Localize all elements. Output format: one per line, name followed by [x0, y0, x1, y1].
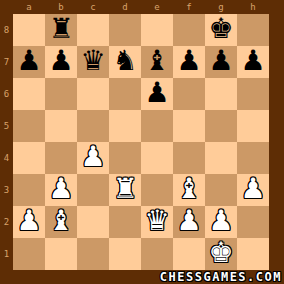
- white-pawn-h3: ♟: [240, 175, 265, 203]
- square-f8: [173, 14, 205, 46]
- square-b7: ♟: [45, 46, 77, 78]
- square-d8: [109, 14, 141, 46]
- black-pawn-e6: ♟: [144, 79, 169, 107]
- square-g6: [205, 78, 237, 110]
- square-f4: [173, 142, 205, 174]
- square-h3: ♟: [237, 174, 269, 206]
- square-h1: [237, 238, 269, 270]
- square-a6: [13, 78, 45, 110]
- square-h2: [237, 206, 269, 238]
- rank-label-4: 4: [0, 142, 13, 174]
- file-label-e: e: [141, 0, 173, 14]
- file-label-h: h: [237, 0, 269, 14]
- square-g1: ♚: [205, 238, 237, 270]
- rank-label-3: 3: [0, 174, 13, 206]
- square-h5: [237, 110, 269, 142]
- white-king-g1: ♚: [208, 239, 233, 267]
- square-b2: ♝: [45, 206, 77, 238]
- square-d6: [109, 78, 141, 110]
- square-f5: [173, 110, 205, 142]
- square-e8: [141, 14, 173, 46]
- square-a4: [13, 142, 45, 174]
- black-knight-d7: ♞: [112, 47, 137, 75]
- square-h7: ♟: [237, 46, 269, 78]
- square-e6: ♟: [141, 78, 173, 110]
- white-pawn-g2: ♟: [208, 207, 233, 235]
- square-g5: [205, 110, 237, 142]
- square-e5: [141, 110, 173, 142]
- square-f1: [173, 238, 205, 270]
- rank-label-2: 2: [0, 206, 13, 238]
- square-d2: [109, 206, 141, 238]
- square-a2: ♟: [13, 206, 45, 238]
- square-f2: ♟: [173, 206, 205, 238]
- file-label-d: d: [109, 0, 141, 14]
- square-h4: [237, 142, 269, 174]
- black-pawn-g7: ♟: [208, 47, 233, 75]
- square-e3: [141, 174, 173, 206]
- black-pawn-a7: ♟: [16, 47, 41, 75]
- chess-diagram: abcdefgh 87654321 ♜♚♟♟♛♞♝♟♟♟♟♟♟♜♝♟♟♝♛♟♟♚…: [0, 0, 284, 284]
- square-a1: [13, 238, 45, 270]
- file-label-c: c: [77, 0, 109, 14]
- white-pawn-a2: ♟: [16, 207, 41, 235]
- square-a5: [13, 110, 45, 142]
- square-d5: [109, 110, 141, 142]
- rank-label-5: 5: [0, 110, 13, 142]
- square-c5: [77, 110, 109, 142]
- file-label-f: f: [173, 0, 205, 14]
- square-f6: [173, 78, 205, 110]
- watermark-text: CHESSGAMES.COM: [160, 270, 282, 284]
- white-pawn-c4: ♟: [80, 143, 105, 171]
- black-pawn-f7: ♟: [176, 47, 201, 75]
- square-c6: [77, 78, 109, 110]
- square-b6: [45, 78, 77, 110]
- square-g4: [205, 142, 237, 174]
- black-pawn-b7: ♟: [48, 47, 73, 75]
- square-f7: ♟: [173, 46, 205, 78]
- square-d4: [109, 142, 141, 174]
- white-pawn-b3: ♟: [48, 175, 73, 203]
- square-h8: [237, 14, 269, 46]
- file-label-a: a: [13, 0, 45, 14]
- square-c8: [77, 14, 109, 46]
- square-e7: ♝: [141, 46, 173, 78]
- square-b3: ♟: [45, 174, 77, 206]
- square-g2: ♟: [205, 206, 237, 238]
- square-a3: [13, 174, 45, 206]
- rank-label-6: 6: [0, 78, 13, 110]
- square-a7: ♟: [13, 46, 45, 78]
- square-f3: ♝: [173, 174, 205, 206]
- square-d7: ♞: [109, 46, 141, 78]
- square-c4: ♟: [77, 142, 109, 174]
- rank-label-7: 7: [0, 46, 13, 78]
- square-e4: [141, 142, 173, 174]
- chess-board: ♜♚♟♟♛♞♝♟♟♟♟♟♟♜♝♟♟♝♛♟♟♚: [13, 14, 269, 270]
- square-g8: ♚: [205, 14, 237, 46]
- white-bishop-f3: ♝: [176, 175, 201, 203]
- square-b8: ♜: [45, 14, 77, 46]
- white-rook-d3: ♜: [112, 175, 137, 203]
- square-e2: ♛: [141, 206, 173, 238]
- square-c3: [77, 174, 109, 206]
- black-rook-b8: ♜: [48, 15, 73, 43]
- square-b5: [45, 110, 77, 142]
- black-pawn-h7: ♟: [240, 47, 265, 75]
- white-queen-e2: ♛: [144, 207, 169, 235]
- square-g3: [205, 174, 237, 206]
- square-c1: [77, 238, 109, 270]
- square-d1: [109, 238, 141, 270]
- square-a8: [13, 14, 45, 46]
- square-c2: [77, 206, 109, 238]
- square-e1: [141, 238, 173, 270]
- square-h6: [237, 78, 269, 110]
- white-bishop-b2: ♝: [48, 207, 73, 235]
- black-bishop-e7: ♝: [144, 47, 169, 75]
- rank-label-1: 1: [0, 238, 13, 270]
- rank-labels: 87654321: [0, 14, 13, 270]
- black-queen-c7: ♛: [80, 47, 105, 75]
- square-g7: ♟: [205, 46, 237, 78]
- black-king-g8: ♚: [208, 15, 233, 43]
- white-pawn-f2: ♟: [176, 207, 201, 235]
- square-b1: [45, 238, 77, 270]
- square-c7: ♛: [77, 46, 109, 78]
- square-b4: [45, 142, 77, 174]
- rank-label-8: 8: [0, 14, 13, 46]
- square-d3: ♜: [109, 174, 141, 206]
